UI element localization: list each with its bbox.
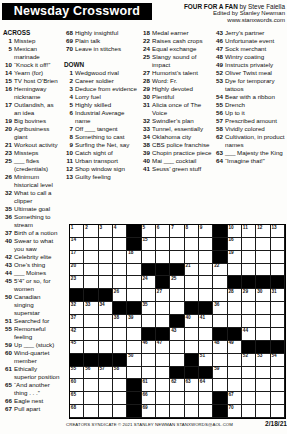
clue-number: 48 — [214, 53, 225, 61]
grid-cell[interactable]: 1 — [70, 225, 84, 238]
grid-cell[interactable]: 34 — [99, 302, 113, 315]
grid-cell[interactable] — [84, 328, 98, 341]
grid-cell[interactable] — [84, 276, 98, 289]
grid-cell[interactable] — [127, 276, 141, 289]
grid-cell[interactable] — [113, 328, 127, 341]
grid-cell[interactable]: 13 — [271, 225, 285, 238]
grid-cell[interactable]: 58 — [113, 367, 127, 380]
clue-number: 25 — [3, 157, 14, 173]
grid-cell[interactable] — [99, 328, 113, 341]
grid-cell[interactable] — [213, 379, 227, 392]
grid-cell[interactable] — [127, 289, 141, 302]
grid-cell[interactable]: 8 — [185, 225, 199, 238]
black-cell — [213, 238, 227, 251]
grid-cell[interactable] — [99, 405, 113, 418]
grid-cell[interactable] — [199, 238, 213, 251]
grid-cell[interactable]: 5 — [142, 225, 156, 238]
grid-cell[interactable] — [271, 392, 285, 405]
clue-item: 32Swindler’s plan — [141, 117, 212, 125]
grid-cell[interactable] — [199, 276, 213, 289]
grid-cell[interactable]: 70 — [228, 405, 242, 418]
grid-cell[interactable] — [271, 315, 285, 328]
clue-text: Searched for — [14, 317, 61, 325]
clue-item: 33Tunnel, essentially — [141, 125, 212, 133]
grid-cell[interactable] — [142, 354, 156, 367]
grid-cell[interactable]: 39 — [127, 315, 141, 328]
grid-cell[interactable] — [256, 328, 270, 341]
grid-cell[interactable]: 6 — [156, 225, 170, 238]
grid-cell[interactable]: 14 — [70, 238, 84, 251]
clue-number: 1 — [3, 37, 14, 45]
clue-item: 62Cultivation, in product names — [214, 133, 285, 149]
grid-cell[interactable] — [156, 238, 170, 251]
clue-text: Plain talk — [75, 37, 139, 45]
grid-cell[interactable]: 52 — [242, 354, 256, 367]
black-cell — [213, 251, 227, 264]
cell-number: 1 — [71, 225, 74, 231]
grid-cell[interactable]: 27 — [156, 289, 170, 302]
grid-cell[interactable] — [228, 367, 242, 380]
cell-number: 51 — [200, 353, 205, 359]
grid-cell[interactable] — [228, 379, 242, 392]
grid-cell[interactable] — [199, 264, 213, 277]
grid-cell[interactable] — [228, 315, 242, 328]
grid-cell[interactable] — [170, 251, 184, 264]
clue-text: What to call a clipper — [14, 189, 61, 205]
grid-cell[interactable]: 17 — [70, 251, 84, 264]
grid-cell[interactable] — [99, 315, 113, 328]
clue-item: 55Remorseful feeling — [3, 325, 61, 341]
down-clue-column-a: 18Medal earner22Raises cash crops24Equal… — [141, 29, 212, 173]
cell-number: 68 — [71, 405, 76, 411]
grid-cell[interactable] — [185, 251, 199, 264]
grid-cell[interactable]: 51 — [199, 354, 213, 367]
grid-cell[interactable] — [170, 392, 184, 405]
clue-number: 42 — [3, 253, 14, 261]
clue-text: Drench — [225, 101, 285, 109]
grid-cell[interactable] — [213, 315, 227, 328]
grid-cell[interactable] — [256, 251, 270, 264]
clue-number: 43 — [3, 261, 14, 269]
clue-number: 15 — [3, 77, 14, 85]
grid-cell[interactable]: 40 — [185, 315, 199, 328]
grid-cell[interactable] — [142, 251, 156, 264]
grid-cell[interactable]: 11 — [242, 225, 256, 238]
black-cell — [242, 341, 256, 354]
grid-cell[interactable] — [113, 405, 127, 418]
grid-cell[interactable] — [99, 251, 113, 264]
grid-cell[interactable] — [228, 354, 242, 367]
clue-number: 25 — [141, 53, 152, 69]
grid-cell[interactable] — [84, 405, 98, 418]
grid-cell[interactable] — [127, 328, 141, 341]
grid-cell[interactable] — [170, 289, 184, 302]
clue-text: Agribusiness giant — [14, 125, 61, 141]
grid-cell[interactable] — [156, 315, 170, 328]
grid-cell[interactable]: 35 — [142, 302, 156, 315]
cell-number: 19 — [228, 250, 233, 256]
grid-cell[interactable] — [113, 251, 127, 264]
cell-number: 64 — [200, 379, 205, 385]
clue-item: 29Highly devoted — [141, 85, 212, 93]
clue-text: Wedgwood rival — [75, 69, 139, 77]
grid-cell[interactable] — [99, 341, 113, 354]
clue-number: 55 — [3, 325, 14, 341]
grid-cell[interactable]: 54 — [271, 354, 285, 367]
grid-cell[interactable] — [271, 367, 285, 380]
grid-cell[interactable] — [84, 315, 98, 328]
clue-item: 68Highly insightful — [64, 29, 139, 37]
grid-cell[interactable] — [199, 405, 213, 418]
clue-number: 47 — [214, 45, 225, 53]
grid-cell[interactable] — [271, 379, 285, 392]
grid-cell[interactable]: 25 — [170, 276, 184, 289]
clue-number: 19 — [3, 117, 14, 125]
grid-cell[interactable]: 3 — [99, 225, 113, 238]
grid-cell[interactable] — [185, 276, 199, 289]
grid-cell[interactable]: 12 — [256, 225, 270, 238]
grid-cell[interactable] — [242, 302, 256, 315]
cell-number: 34 — [99, 302, 104, 308]
clue-item: 10Catch sight of — [64, 149, 139, 157]
grid-cell[interactable]: 48 — [213, 341, 227, 354]
clue-list-header: ACROSS — [3, 29, 61, 37]
grid-cell[interactable] — [213, 276, 227, 289]
cell-number: 49 — [228, 340, 233, 346]
grid-cell[interactable] — [199, 251, 213, 264]
clue-text: Jerry’s partner — [225, 29, 285, 37]
grid-cell[interactable] — [84, 392, 98, 405]
clue-item: 24Equal exchange — [141, 45, 212, 53]
grid-cell[interactable]: 55 — [70, 367, 84, 380]
grid-cell[interactable]: 45 — [70, 341, 84, 354]
clue-number: 43 — [214, 29, 225, 37]
grid-cell[interactable]: 64 — [199, 379, 213, 392]
clue-text: Highly skilled — [75, 101, 139, 109]
clue-item: 58Vividly colored — [214, 125, 285, 133]
cell-number: 9 — [200, 225, 203, 231]
grid-cell[interactable]: 56 — [84, 367, 98, 380]
grid-cell[interactable] — [256, 264, 270, 277]
grid-cell[interactable] — [228, 302, 242, 315]
clue-item: 65“And another thing . . .” — [3, 381, 61, 397]
grid-cell[interactable]: 68 — [70, 405, 84, 418]
clue-item: 6Industrial Average name — [64, 109, 139, 125]
grid-cell[interactable] — [156, 405, 170, 418]
clue-number: 41 — [141, 165, 152, 173]
clue-item: 42Celebrity elite — [3, 253, 61, 261]
grid-cell[interactable]: 63 — [185, 379, 199, 392]
grid-cell[interactable]: 22 — [213, 264, 227, 277]
grid-cell[interactable]: 15 — [142, 238, 156, 251]
grid-cell[interactable] — [113, 392, 127, 405]
grid-cell[interactable] — [113, 341, 127, 354]
clue-text: Shop window sign — [75, 165, 139, 173]
clue-text: Something to cast — [75, 133, 139, 141]
grid-cell[interactable] — [256, 392, 270, 405]
grid-cell[interactable]: 61 — [142, 379, 156, 392]
grid-cell[interactable] — [242, 238, 256, 251]
grid-cell[interactable] — [242, 264, 256, 277]
grid-cell[interactable] — [142, 315, 156, 328]
grid-cell[interactable]: 16 — [228, 238, 242, 251]
cell-number: 53 — [257, 353, 262, 359]
grid-cell[interactable] — [199, 341, 213, 354]
clue-item: 52Oliver Twist meal — [214, 69, 285, 77]
grid-cell[interactable] — [113, 379, 127, 392]
grid-cell[interactable]: 18 — [127, 251, 141, 264]
grid-cell[interactable] — [84, 264, 98, 277]
clue-number: 58 — [214, 125, 225, 133]
grid-cell[interactable] — [156, 367, 170, 380]
cell-number: 48 — [214, 340, 219, 346]
black-cell — [185, 367, 199, 380]
grid-cell[interactable]: 7 — [170, 225, 184, 238]
clue-item: 25Slangy sound of impact — [141, 53, 212, 69]
black-cell — [142, 328, 156, 341]
clue-number: 32 — [141, 117, 152, 125]
grid-cell[interactable]: 49 — [228, 341, 242, 354]
grid-cell[interactable] — [170, 302, 184, 315]
grid-cell[interactable] — [156, 379, 170, 392]
grid-cell[interactable]: 53 — [256, 354, 270, 367]
clue-number: 40 — [141, 157, 152, 165]
grid-cell[interactable] — [242, 392, 256, 405]
grid-cell[interactable]: 2 — [84, 225, 98, 238]
grid-cell[interactable] — [185, 289, 199, 302]
grid-cell[interactable] — [142, 367, 156, 380]
grid-cell[interactable]: 31 — [271, 289, 285, 302]
grid-cell[interactable] — [199, 328, 213, 341]
grid-cell[interactable] — [256, 405, 270, 418]
clue-number: 59 — [3, 341, 14, 349]
clue-number: 62 — [214, 133, 225, 149]
clue-number: 35 — [3, 205, 14, 213]
grid-cell[interactable] — [99, 276, 113, 289]
grid-cell[interactable] — [242, 379, 256, 392]
black-cell — [271, 341, 285, 354]
grid-cell[interactable]: 57 — [99, 367, 113, 380]
grid-cell[interactable] — [84, 341, 98, 354]
grid-cell[interactable] — [271, 405, 285, 418]
grid-cell[interactable] — [170, 341, 184, 354]
grid-cell[interactable] — [271, 251, 285, 264]
clue-text: Leave in stitches — [75, 45, 139, 53]
grid-cell[interactable] — [185, 392, 199, 405]
grid-cell[interactable]: 62 — [170, 379, 184, 392]
clue-item: 37Birth of a notion — [3, 229, 61, 237]
grid-cell[interactable] — [242, 367, 256, 380]
clue-item: 57Prescribed amount — [214, 117, 285, 125]
grid-cell[interactable]: 44 — [242, 328, 256, 341]
clue-text: Wind-quartet member — [14, 349, 61, 365]
grid-cell[interactable] — [84, 379, 98, 392]
clue-number: 17 — [3, 101, 14, 117]
clue-item: 31Alicia once of The Voice — [141, 101, 212, 117]
grid-cell[interactable] — [256, 302, 270, 315]
clue-text: Hemingway nickname — [14, 85, 61, 101]
cell-number: 55 — [71, 366, 76, 372]
cell-number: 20 — [71, 263, 76, 269]
grid-cell[interactable] — [242, 405, 256, 418]
black-cell — [84, 354, 98, 367]
grid-cell[interactable]: 30 — [256, 289, 270, 302]
cell-number: 32 — [71, 302, 76, 308]
clue-item: 53Dye for temporary tattoos — [214, 77, 285, 93]
grid-cell[interactable] — [170, 238, 184, 251]
grid-cell[interactable]: 36 — [213, 302, 227, 315]
clue-number: 52 — [214, 69, 225, 77]
grid-cell[interactable]: 47 — [156, 341, 170, 354]
clue-item: 455’4” or so, for women — [3, 277, 61, 293]
grid-cell[interactable] — [113, 238, 127, 251]
grid-cell[interactable]: 10 — [228, 225, 242, 238]
grid-cell[interactable] — [127, 367, 141, 380]
grid-cell[interactable] — [99, 264, 113, 277]
grid-cell[interactable]: 59 — [213, 367, 227, 380]
cell-number: 50 — [128, 353, 133, 359]
grid-cell[interactable] — [256, 379, 270, 392]
grid-cell[interactable]: 26 — [113, 289, 127, 302]
clue-item: 11Urban transport — [64, 157, 139, 165]
grid-cell[interactable]: 29 — [242, 289, 256, 302]
clue-number: 56 — [214, 109, 225, 117]
grid-cell[interactable]: 41 — [199, 315, 213, 328]
grid-cell[interactable] — [185, 341, 199, 354]
black-cell — [170, 315, 184, 328]
clue-text: “Imagine that!” — [225, 157, 285, 165]
black-cell — [156, 264, 170, 277]
grid-cell[interactable]: 50 — [127, 354, 141, 367]
website-url: www.stanxwords.com — [151, 17, 285, 24]
cell-number: 4 — [114, 225, 117, 231]
grid-cell[interactable] — [156, 302, 170, 315]
grid-cell[interactable] — [170, 354, 184, 367]
crossword-grid[interactable]: 1234567891011121314151617181920212223242… — [69, 224, 286, 419]
grid-cell[interactable] — [242, 251, 256, 264]
grid-cell[interactable] — [213, 354, 227, 367]
grid-cell[interactable]: 4 — [113, 225, 127, 238]
clue-item: 60Wind-quartet member — [3, 349, 61, 365]
grid-cell[interactable] — [142, 289, 156, 302]
grid-cell[interactable] — [127, 264, 141, 277]
clue-item: 2Career soldier — [64, 77, 139, 85]
grid-cell[interactable]: 28 — [228, 289, 242, 302]
grid-cell[interactable] — [271, 328, 285, 341]
grid-cell[interactable] — [185, 328, 199, 341]
grid-cell[interactable] — [256, 315, 270, 328]
grid-cell[interactable] — [127, 341, 141, 354]
clue-number: 49 — [214, 61, 225, 69]
grid-cell[interactable]: 37 — [70, 315, 84, 328]
grid-cell[interactable] — [242, 315, 256, 328]
clue-number: 23 — [3, 149, 14, 157]
clue-number: 4 — [64, 93, 75, 101]
grid-cell[interactable] — [256, 238, 270, 251]
grid-cell[interactable]: 32 — [70, 302, 84, 315]
grid-cell[interactable]: 42 — [70, 328, 84, 341]
grid-cell[interactable] — [99, 392, 113, 405]
clue-text: Highly devoted — [152, 85, 212, 93]
black-cell — [256, 341, 270, 354]
grid-cell[interactable] — [228, 264, 242, 277]
copyright-text: CREATORS SYNDICATE © 2021 STANLEY NEWMAN… — [66, 422, 233, 427]
grid-cell[interactable] — [199, 289, 213, 302]
grid-cell[interactable]: 69 — [142, 405, 156, 418]
clue-number: 63 — [214, 149, 225, 157]
clue-text: Wintry coating — [225, 53, 285, 61]
grid-cell[interactable] — [199, 392, 213, 405]
grid-cell[interactable] — [156, 251, 170, 264]
clue-text: Guilty feeling — [75, 173, 139, 181]
clue-text: Raises cash crops — [152, 37, 212, 45]
clue-number: 3 — [64, 85, 75, 93]
grid-cell[interactable]: 65 — [70, 392, 84, 405]
grid-cell[interactable] — [99, 379, 113, 392]
clue-text: Prescribed amount — [225, 117, 285, 125]
clue-number: 67 — [3, 405, 14, 413]
grid-cell[interactable]: 20 — [70, 264, 84, 277]
grid-cell[interactable] — [185, 238, 199, 251]
grid-cell[interactable] — [271, 264, 285, 277]
grid-cell[interactable] — [156, 392, 170, 405]
clue-item: 55Drench — [214, 101, 285, 109]
clue-number: 8 — [64, 133, 75, 141]
grid-cell[interactable]: 43 — [170, 328, 184, 341]
cell-number: 21 — [185, 263, 190, 269]
grid-cell[interactable]: 33 — [84, 302, 98, 315]
clue-item: 59Up ___ (stuck) — [3, 341, 61, 349]
grid-cell[interactable] — [170, 405, 184, 418]
clue-text: Equal exchange — [152, 45, 212, 53]
grid-cell[interactable] — [271, 302, 285, 315]
grid-cell[interactable] — [256, 367, 270, 380]
grid-cell[interactable]: 19 — [228, 251, 242, 264]
author-byline: by Steve Faiella — [238, 3, 285, 10]
cell-number: 59 — [214, 366, 219, 372]
grid-cell[interactable]: 38 — [113, 315, 127, 328]
clue-item: 34Oklahoma city — [141, 133, 212, 141]
black-cell — [256, 276, 270, 289]
grid-cell[interactable] — [271, 238, 285, 251]
grid-cell[interactable] — [84, 251, 98, 264]
cell-number: 45 — [71, 340, 76, 346]
grid-cell[interactable]: 67 — [228, 392, 242, 405]
clue-number: 60 — [3, 349, 14, 365]
clue-text: Dye for temporary tattoos — [225, 77, 285, 93]
grid-cell[interactable] — [113, 276, 127, 289]
grid-cell[interactable]: 24 — [142, 276, 156, 289]
cell-number: 7 — [171, 225, 174, 231]
grid-cell[interactable]: 23 — [70, 276, 84, 289]
grid-cell[interactable] — [156, 354, 170, 367]
black-cell — [127, 238, 141, 251]
grid-cell[interactable]: 66 — [142, 392, 156, 405]
grid-cell[interactable]: 60 — [70, 379, 84, 392]
grid-cell[interactable]: 9 — [199, 225, 213, 238]
grid-cell[interactable] — [99, 238, 113, 251]
clue-item: 23Missteps — [3, 149, 61, 157]
grid-cell[interactable] — [213, 289, 227, 302]
grid-cell[interactable] — [185, 405, 199, 418]
grid-cell[interactable] — [113, 264, 127, 277]
grid-cell[interactable]: 46 — [142, 341, 156, 354]
grid-cell[interactable]: 21 — [185, 264, 199, 277]
cell-number: 3 — [99, 225, 102, 231]
clue-text: Highly insightful — [75, 29, 139, 37]
cell-number: 37 — [71, 315, 76, 321]
grid-cell[interactable] — [84, 238, 98, 251]
